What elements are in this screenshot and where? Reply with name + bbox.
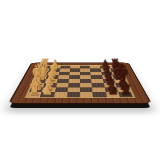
- piece-white-rook: ♜: [27, 83, 40, 97]
- square: ♟: [100, 66, 111, 69]
- chess-board: ♜♟♟♜♞♟♟♞♝♟♟♝♛♟♟♛♚♟♟♚♝♟♟♝♞♟♟♞♜♟♟♜: [10, 63, 151, 103]
- square: [59, 69, 70, 72]
- square: [67, 92, 80, 97]
- square: [60, 66, 70, 69]
- board-grid: ♜♟♟♜♞♟♟♞♝♟♟♝♛♟♟♛♚♟♟♚♝♟♟♝♞♟♟♞♜♟♟♜: [27, 66, 133, 98]
- square: [80, 72, 91, 75]
- square: [90, 66, 100, 69]
- square: [70, 69, 80, 72]
- square: [93, 92, 107, 97]
- square: [69, 72, 80, 75]
- piece-black-rook: ♜: [120, 83, 133, 97]
- square: [90, 72, 101, 75]
- square: [80, 83, 92, 87]
- square: ♜: [27, 92, 42, 97]
- piece-white-pawn: ♟: [51, 59, 59, 68]
- square: ♜: [118, 92, 133, 97]
- square: [90, 69, 101, 72]
- square: [69, 75, 80, 79]
- square: [58, 75, 70, 79]
- square: [68, 83, 80, 87]
- square: ♟: [50, 66, 61, 69]
- square: [80, 66, 90, 69]
- square: [53, 92, 67, 97]
- board-perspective: ♜♟♟♜♞♟♟♞♝♟♟♝♛♟♟♛♚♟♟♚♝♟♟♝♞♟♟♞♜♟♟♜: [0, 0, 160, 160]
- square: [70, 66, 80, 69]
- square: [56, 83, 69, 87]
- piece-black-pawn: ♟: [101, 59, 109, 68]
- square: [80, 92, 93, 97]
- square: [80, 69, 90, 72]
- square: [91, 75, 103, 79]
- chess-set-photo: ♜♟♟♜♞♟♟♞♝♟♟♝♛♟♟♛♚♟♟♚♝♟♟♝♞♟♟♞♜♟♟♜: [0, 0, 160, 160]
- square: [58, 72, 69, 75]
- piece-white-pawn: ♟: [42, 85, 53, 97]
- square: [92, 83, 105, 87]
- square: ♟: [105, 92, 119, 97]
- piece-black-pawn: ♟: [108, 85, 119, 97]
- square: [80, 75, 91, 79]
